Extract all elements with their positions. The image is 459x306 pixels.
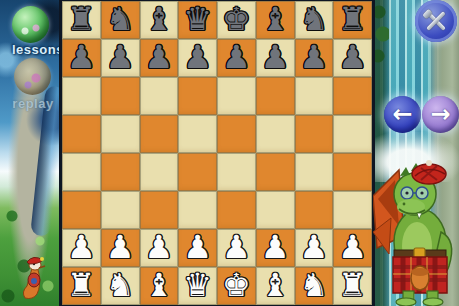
square-f5[interactable] — [256, 115, 295, 153]
white-rook-piece[interactable]: ♜ — [67, 269, 96, 301]
square-g1[interactable]: ♞ — [295, 267, 334, 305]
square-b3[interactable] — [101, 191, 140, 229]
square-d6[interactable] — [178, 77, 217, 115]
square-d4[interactable] — [178, 153, 217, 191]
square-f7[interactable]: ♟ — [256, 39, 295, 77]
chess-board: ♜♞♝♛♚♝♞♜♟♟♟♟♟♟♟♟♟♟♟♟♟♟♟♟♜♞♝♛♚♝♞♜ — [59, 0, 375, 306]
square-h4[interactable] — [333, 153, 372, 191]
right-arrow-icon: → — [430, 102, 450, 126]
square-h8[interactable]: ♜ — [333, 1, 372, 39]
square-e3[interactable] — [217, 191, 256, 229]
square-e5[interactable] — [217, 115, 256, 153]
black-pawn-piece[interactable]: ♟ — [261, 41, 290, 73]
white-pawn-piece[interactable]: ♟ — [261, 231, 290, 263]
square-g2[interactable]: ♟ — [295, 229, 334, 267]
black-rook-piece[interactable]: ♜ — [338, 3, 367, 35]
square-b2[interactable]: ♟ — [101, 229, 140, 267]
square-a5[interactable] — [62, 115, 101, 153]
black-rook-piece[interactable]: ♜ — [67, 3, 96, 35]
square-d1[interactable]: ♛ — [178, 267, 217, 305]
black-bishop-piece[interactable]: ♝ — [145, 3, 174, 35]
right-sidebar: ← → — [375, 0, 459, 306]
white-knight-piece[interactable]: ♞ — [106, 269, 135, 301]
replay-button[interactable]: replay — [8, 58, 58, 114]
lessons-button[interactable]: lessons — [12, 6, 58, 58]
square-a7[interactable]: ♟ — [62, 39, 101, 77]
left-sidebar: lessons replay — [0, 0, 59, 306]
left-arrow-icon: ← — [392, 102, 412, 126]
square-b7[interactable]: ♟ — [101, 39, 140, 77]
black-pawn-piece[interactable]: ♟ — [338, 41, 367, 73]
white-pawn-piece[interactable]: ♟ — [222, 231, 251, 263]
square-b6[interactable] — [101, 77, 140, 115]
square-g3[interactable] — [295, 191, 334, 229]
white-pawn-piece[interactable]: ♟ — [300, 231, 329, 263]
black-queen-piece[interactable]: ♛ — [183, 3, 212, 35]
back-button[interactable]: ← — [384, 96, 421, 133]
white-knight-piece[interactable]: ♞ — [300, 269, 329, 301]
white-bishop-piece[interactable]: ♝ — [261, 269, 290, 301]
black-king-piece[interactable]: ♚ — [222, 3, 251, 35]
square-h3[interactable] — [333, 191, 372, 229]
black-pawn-piece[interactable]: ♟ — [183, 41, 212, 73]
square-c6[interactable] — [140, 77, 179, 115]
square-f3[interactable] — [256, 191, 295, 229]
square-a3[interactable] — [62, 191, 101, 229]
black-knight-piece[interactable]: ♞ — [300, 3, 329, 35]
square-e6[interactable] — [217, 77, 256, 115]
square-b1[interactable]: ♞ — [101, 267, 140, 305]
dragon-character — [373, 154, 459, 306]
foliage-decor — [375, 0, 389, 70]
square-h1[interactable]: ♜ — [333, 267, 372, 305]
square-h6[interactable] — [333, 77, 372, 115]
game-screen: lessons replay ♜♞♝♛♚♝♞♜♟♟♟♟♟♟♟♟♟♟♟♟♟♟♟♟♜… — [0, 0, 459, 306]
square-d8[interactable]: ♛ — [178, 1, 217, 39]
square-f2[interactable]: ♟ — [256, 229, 295, 267]
black-knight-piece[interactable]: ♞ — [106, 3, 135, 35]
black-pawn-piece[interactable]: ♟ — [106, 41, 135, 73]
square-a8[interactable]: ♜ — [62, 1, 101, 39]
square-d5[interactable] — [178, 115, 217, 153]
square-g5[interactable] — [295, 115, 334, 153]
black-pawn-piece[interactable]: ♟ — [222, 41, 251, 73]
square-f4[interactable] — [256, 153, 295, 191]
square-g6[interactable] — [295, 77, 334, 115]
white-rook-piece[interactable]: ♜ — [338, 269, 367, 301]
square-e1[interactable]: ♚ — [217, 267, 256, 305]
square-c5[interactable] — [140, 115, 179, 153]
square-a2[interactable]: ♟ — [62, 229, 101, 267]
white-pawn-piece[interactable]: ♟ — [183, 231, 212, 263]
square-h5[interactable] — [333, 115, 372, 153]
black-pawn-piece[interactable]: ♟ — [67, 41, 96, 73]
settings-button[interactable] — [415, 0, 457, 42]
square-g8[interactable]: ♞ — [295, 1, 334, 39]
square-e4[interactable] — [217, 153, 256, 191]
square-b5[interactable] — [101, 115, 140, 153]
square-d3[interactable] — [178, 191, 217, 229]
flower-sphere-icon — [14, 58, 51, 95]
small-dragon-character — [19, 252, 47, 302]
square-e7[interactable]: ♟ — [217, 39, 256, 77]
square-a4[interactable] — [62, 153, 101, 191]
square-b8[interactable]: ♞ — [101, 1, 140, 39]
square-c8[interactable]: ♝ — [140, 1, 179, 39]
square-e2[interactable]: ♟ — [217, 229, 256, 267]
white-pawn-piece[interactable]: ♟ — [145, 231, 174, 263]
square-g7[interactable]: ♟ — [295, 39, 334, 77]
square-e8[interactable]: ♚ — [217, 1, 256, 39]
green-sphere-icon — [12, 6, 49, 43]
white-bishop-piece[interactable]: ♝ — [145, 269, 174, 301]
square-h2[interactable]: ♟ — [333, 229, 372, 267]
square-c1[interactable]: ♝ — [140, 267, 179, 305]
black-pawn-piece[interactable]: ♟ — [300, 41, 329, 73]
white-king-piece[interactable]: ♚ — [222, 269, 251, 301]
square-c3[interactable] — [140, 191, 179, 229]
replay-button-label: replay — [8, 96, 58, 111]
square-g4[interactable] — [295, 153, 334, 191]
forward-button[interactable]: → — [422, 96, 459, 133]
square-h7[interactable]: ♟ — [333, 39, 372, 77]
square-b4[interactable] — [101, 153, 140, 191]
square-d2[interactable]: ♟ — [178, 229, 217, 267]
square-f8[interactable]: ♝ — [256, 1, 295, 39]
white-queen-piece[interactable]: ♛ — [183, 269, 212, 301]
square-f1[interactable]: ♝ — [256, 267, 295, 305]
white-pawn-piece[interactable]: ♟ — [338, 231, 367, 263]
black-pawn-piece[interactable]: ♟ — [145, 41, 174, 73]
square-a1[interactable]: ♜ — [62, 267, 101, 305]
square-c4[interactable] — [140, 153, 179, 191]
lessons-button-label: lessons — [12, 42, 58, 57]
square-c2[interactable]: ♟ — [140, 229, 179, 267]
square-c7[interactable]: ♟ — [140, 39, 179, 77]
square-f6[interactable] — [256, 77, 295, 115]
crossed-tools-icon — [415, 0, 457, 42]
white-pawn-piece[interactable]: ♟ — [67, 231, 96, 263]
square-a6[interactable] — [62, 77, 101, 115]
square-d7[interactable]: ♟ — [178, 39, 217, 77]
black-bishop-piece[interactable]: ♝ — [261, 3, 290, 35]
white-pawn-piece[interactable]: ♟ — [106, 231, 135, 263]
